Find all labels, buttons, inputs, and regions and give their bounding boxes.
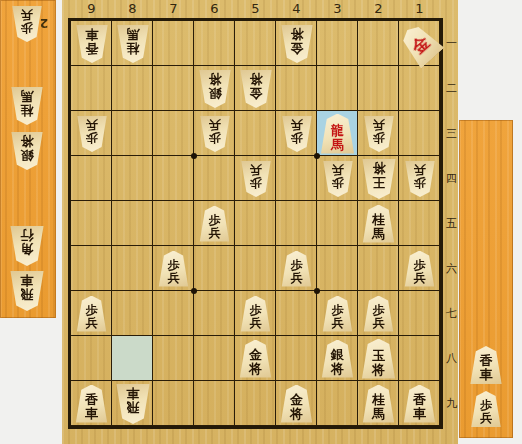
file-label-5: 5 bbox=[235, 1, 276, 17]
piece-kanji: 兵 bbox=[199, 227, 231, 240]
rank-label-1: 一 bbox=[444, 21, 459, 66]
square-94[interactable] bbox=[71, 156, 112, 201]
piece-kanji: 将 bbox=[321, 362, 355, 376]
rank-label-4: 四 bbox=[444, 156, 459, 201]
square-42[interactable] bbox=[276, 66, 317, 111]
square-74[interactable] bbox=[153, 156, 194, 201]
rank-label-2: 二 bbox=[444, 66, 459, 111]
piece-kanji: 車 bbox=[469, 368, 503, 382]
piece-kanji: 兵 bbox=[281, 272, 313, 285]
piece-kanji: 兵 bbox=[322, 317, 354, 330]
piece-gote-pawn[interactable]: 歩兵 bbox=[11, 6, 43, 42]
piece-kanji: 銀 bbox=[10, 148, 44, 162]
file-label-3: 3 bbox=[317, 1, 358, 17]
square-48[interactable] bbox=[276, 336, 317, 381]
square-59[interactable] bbox=[235, 381, 276, 426]
piece-gote-knight[interactable]: 桂馬 bbox=[10, 87, 44, 125]
piece-kanji: 将 bbox=[280, 407, 314, 421]
piece-sente-lance[interactable]: 香車 bbox=[469, 346, 503, 384]
square-47[interactable] bbox=[276, 291, 317, 336]
piece-kanji: 兵 bbox=[404, 163, 436, 176]
square-44[interactable] bbox=[276, 156, 317, 201]
piece-kanji: 馬 bbox=[10, 89, 44, 103]
square-82[interactable] bbox=[112, 66, 153, 111]
square-75[interactable] bbox=[153, 201, 194, 246]
square-67[interactable] bbox=[194, 291, 235, 336]
rank-label-3: 三 bbox=[444, 111, 459, 156]
piece-kanji: 将 bbox=[239, 72, 273, 86]
rank-label-8: 八 bbox=[444, 336, 459, 381]
piece-kanji: 馬 bbox=[320, 138, 356, 152]
square-32[interactable] bbox=[317, 66, 358, 111]
square-68[interactable] bbox=[194, 336, 235, 381]
file-label-8: 8 bbox=[112, 1, 153, 17]
square-66[interactable] bbox=[194, 246, 235, 291]
square-77[interactable] bbox=[153, 291, 194, 336]
piece-kanji: 兵 bbox=[11, 8, 43, 21]
square-35[interactable] bbox=[317, 201, 358, 246]
piece-kanji: 車 bbox=[115, 386, 151, 400]
square-69[interactable] bbox=[194, 381, 235, 426]
board-grid: 香車桂馬金将金銀将金将歩兵歩兵歩兵龍馬歩兵歩兵歩兵王将歩兵歩兵桂馬歩兵歩兵歩兵歩… bbox=[71, 21, 440, 426]
square-26[interactable] bbox=[358, 246, 399, 291]
rank-label-7: 七 bbox=[444, 291, 459, 336]
piece-kanji: 兵 bbox=[240, 317, 272, 330]
piece-kanji: 兵 bbox=[158, 272, 190, 285]
piece-kanji: 将 bbox=[239, 362, 273, 376]
square-73[interactable] bbox=[153, 111, 194, 156]
square-87[interactable] bbox=[112, 291, 153, 336]
file-label-2: 2 bbox=[358, 1, 399, 17]
file-label-4: 4 bbox=[276, 1, 317, 17]
piece-gote-silver[interactable]: 銀将 bbox=[10, 132, 44, 170]
square-15[interactable] bbox=[399, 201, 440, 246]
piece-kanji: 車 bbox=[9, 273, 45, 287]
piece-kanji: 車 bbox=[75, 407, 109, 421]
piece-kanji: 将 bbox=[361, 161, 397, 175]
square-53[interactable] bbox=[235, 111, 276, 156]
square-18[interactable] bbox=[399, 336, 440, 381]
piece-gote-rook[interactable]: 飛車 bbox=[9, 271, 45, 311]
square-95[interactable] bbox=[71, 201, 112, 246]
square-86[interactable] bbox=[112, 246, 153, 291]
square-85[interactable] bbox=[112, 201, 153, 246]
rank-label-6: 六 bbox=[444, 246, 459, 291]
square-98[interactable] bbox=[71, 336, 112, 381]
square-92[interactable] bbox=[71, 66, 112, 111]
square-71[interactable] bbox=[153, 21, 194, 66]
piece-gote-bishop[interactable]: 角行 bbox=[9, 226, 45, 266]
piece-kanji: 兵 bbox=[470, 412, 502, 425]
square-17[interactable] bbox=[399, 291, 440, 336]
square-21[interactable] bbox=[358, 21, 399, 66]
piece-kanji: 行 bbox=[9, 228, 45, 242]
square-64[interactable] bbox=[194, 156, 235, 201]
piece-kanji: 将 bbox=[10, 134, 44, 148]
file-label-9: 9 bbox=[71, 1, 112, 17]
piece-kanji: 馬 bbox=[362, 407, 396, 421]
piece-kanji: 兵 bbox=[281, 118, 313, 131]
square-78[interactable] bbox=[153, 336, 194, 381]
piece-kanji: 車 bbox=[403, 407, 437, 421]
square-39[interactable] bbox=[317, 381, 358, 426]
square-13[interactable] bbox=[399, 111, 440, 156]
file-label-1: 1 bbox=[399, 1, 440, 17]
hand-count-pawn: 2 bbox=[40, 16, 48, 30]
square-88[interactable] bbox=[112, 336, 153, 381]
square-22[interactable] bbox=[358, 66, 399, 111]
square-79[interactable] bbox=[153, 381, 194, 426]
board-frame: 香車桂馬金将金銀将金将歩兵歩兵歩兵龍馬歩兵歩兵歩兵王将歩兵歩兵桂馬歩兵歩兵歩兵歩… bbox=[68, 18, 443, 429]
piece-kanji: 将 bbox=[198, 72, 232, 86]
piece-kanji: 歩 bbox=[11, 21, 43, 34]
piece-kanji: 将 bbox=[280, 27, 314, 41]
piece-kanji: 兵 bbox=[322, 163, 354, 176]
square-45[interactable] bbox=[276, 201, 317, 246]
piece-kanji: 兵 bbox=[76, 118, 108, 131]
square-96[interactable] bbox=[71, 246, 112, 291]
rank-label-9: 九 bbox=[444, 381, 459, 426]
piece-kanji: 車 bbox=[75, 27, 109, 41]
square-83[interactable] bbox=[112, 111, 153, 156]
square-56[interactable] bbox=[235, 246, 276, 291]
file-label-6: 6 bbox=[194, 1, 235, 17]
square-12[interactable] bbox=[399, 66, 440, 111]
piece-kanji: 馬 bbox=[116, 27, 150, 41]
piece-kanji: 飛 bbox=[9, 287, 45, 301]
square-55[interactable] bbox=[235, 201, 276, 246]
piece-kanji: 兵 bbox=[199, 118, 231, 131]
piece-kanji: 馬 bbox=[362, 227, 396, 241]
square-72[interactable] bbox=[153, 66, 194, 111]
piece-kanji: 兵 bbox=[363, 118, 395, 131]
square-51[interactable] bbox=[235, 21, 276, 66]
piece-kanji: 角 bbox=[9, 242, 45, 256]
square-84[interactable] bbox=[112, 156, 153, 201]
square-31[interactable] bbox=[317, 21, 358, 66]
piece-kanji: 桂 bbox=[10, 103, 44, 117]
square-36[interactable] bbox=[317, 246, 358, 291]
piece-kanji: 兵 bbox=[363, 317, 395, 330]
file-label-7: 7 bbox=[153, 1, 194, 17]
sente-captured-stand: 香車歩兵 bbox=[459, 120, 513, 438]
piece-kanji: 兵 bbox=[240, 163, 272, 176]
piece-kanji: 兵 bbox=[76, 317, 108, 330]
square-61[interactable] bbox=[194, 21, 235, 66]
shogi-app-screen: 歩兵2桂馬銀将角行飛車 987654321 一二三四五六七八九 香車桂馬金将金銀… bbox=[0, 0, 522, 444]
piece-sente-pawn[interactable]: 歩兵 bbox=[470, 391, 502, 427]
piece-kanji: 将 bbox=[361, 363, 397, 377]
piece-kanji: 香 bbox=[469, 354, 503, 368]
rank-label-5: 五 bbox=[444, 201, 459, 246]
piece-kanji: 兵 bbox=[404, 272, 436, 285]
gote-captured-stand: 歩兵2桂馬銀将角行飛車 bbox=[0, 0, 56, 318]
